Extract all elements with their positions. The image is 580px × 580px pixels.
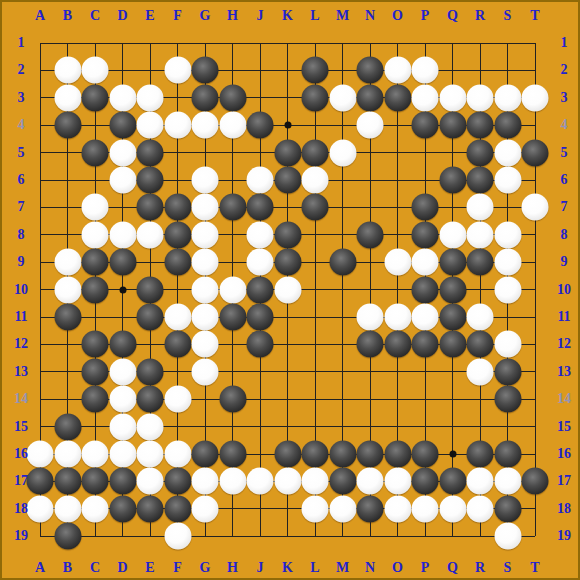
black-stone-R4 [467, 112, 494, 139]
black-stone-G3 [192, 84, 219, 111]
col-label-top-C: C [90, 9, 100, 23]
black-stone-E7 [137, 194, 164, 221]
black-stone-F7 [164, 194, 191, 221]
white-stone-D15 [109, 413, 136, 440]
row-label-left-19: 19 [14, 529, 28, 543]
row-label-right-18: 18 [557, 502, 571, 516]
white-stone-R11 [467, 304, 494, 331]
grid-line-v [535, 43, 536, 536]
white-stone-M18 [329, 495, 356, 522]
white-stone-G12 [192, 331, 219, 358]
black-stone-D12 [109, 331, 136, 358]
black-stone-B4 [54, 112, 81, 139]
col-label-bottom-A: A [35, 561, 45, 575]
black-stone-M16 [329, 441, 356, 468]
white-stone-N4 [357, 112, 384, 139]
black-stone-P16 [412, 441, 439, 468]
black-stone-E6 [137, 167, 164, 194]
black-stone-Q12 [439, 331, 466, 358]
row-label-right-4: 4 [561, 118, 568, 132]
row-label-left-13: 13 [14, 365, 28, 379]
row-label-left-15: 15 [14, 420, 28, 434]
col-label-top-N: N [365, 9, 375, 23]
black-stone-H7 [219, 194, 246, 221]
white-stone-J8 [247, 221, 274, 248]
black-stone-Q11 [439, 304, 466, 331]
row-label-left-9: 9 [18, 255, 25, 269]
row-label-right-9: 9 [561, 255, 568, 269]
black-stone-E11 [137, 304, 164, 331]
col-label-bottom-R: R [475, 561, 485, 575]
black-stone-T17 [522, 468, 549, 495]
black-stone-S16 [494, 441, 521, 468]
black-stone-L16 [302, 441, 329, 468]
black-stone-P8 [412, 221, 439, 248]
white-stone-M5 [329, 139, 356, 166]
row-label-right-5: 5 [561, 146, 568, 160]
white-stone-A18 [27, 495, 54, 522]
row-label-left-7: 7 [18, 200, 25, 214]
white-stone-D5 [109, 139, 136, 166]
white-stone-R17 [467, 468, 494, 495]
white-stone-F19 [164, 523, 191, 550]
black-stone-H14 [219, 386, 246, 413]
col-label-bottom-G: G [200, 561, 211, 575]
row-label-left-6: 6 [18, 173, 25, 187]
row-label-left-14: 14 [14, 392, 28, 406]
white-stone-O17 [384, 468, 411, 495]
white-stone-D6 [109, 167, 136, 194]
col-label-bottom-D: D [117, 561, 127, 575]
black-stone-J10 [247, 276, 274, 303]
col-label-bottom-K: K [282, 561, 293, 575]
black-stone-L2 [302, 57, 329, 84]
white-stone-F2 [164, 57, 191, 84]
white-stone-K10 [274, 276, 301, 303]
black-stone-T5 [522, 139, 549, 166]
row-label-right-14: 14 [557, 392, 571, 406]
white-stone-J9 [247, 249, 274, 276]
black-stone-E14 [137, 386, 164, 413]
black-stone-P4 [412, 112, 439, 139]
white-stone-R13 [467, 358, 494, 385]
black-stone-R6 [467, 167, 494, 194]
black-stone-E18 [137, 495, 164, 522]
white-stone-H10 [219, 276, 246, 303]
white-stone-C16 [82, 441, 109, 468]
white-stone-G6 [192, 167, 219, 194]
row-label-right-12: 12 [557, 337, 571, 351]
black-stone-L7 [302, 194, 329, 221]
white-stone-R3 [467, 84, 494, 111]
white-stone-O11 [384, 304, 411, 331]
black-stone-G16 [192, 441, 219, 468]
black-stone-N8 [357, 221, 384, 248]
black-stone-F8 [164, 221, 191, 248]
black-stone-C3 [82, 84, 109, 111]
black-stone-L5 [302, 139, 329, 166]
black-stone-N2 [357, 57, 384, 84]
black-stone-O3 [384, 84, 411, 111]
white-stone-G18 [192, 495, 219, 522]
white-stone-B9 [54, 249, 81, 276]
black-stone-C9 [82, 249, 109, 276]
col-label-top-O: O [392, 9, 403, 23]
star-point [119, 286, 126, 293]
white-stone-G8 [192, 221, 219, 248]
col-label-top-P: P [421, 9, 430, 23]
black-stone-J4 [247, 112, 274, 139]
col-label-top-M: M [336, 9, 349, 23]
white-stone-B10 [54, 276, 81, 303]
white-stone-G4 [192, 112, 219, 139]
black-stone-P10 [412, 276, 439, 303]
col-label-top-T: T [530, 9, 539, 23]
white-stone-F11 [164, 304, 191, 331]
col-label-top-S: S [504, 9, 512, 23]
row-label-right-6: 6 [561, 173, 568, 187]
black-stone-B15 [54, 413, 81, 440]
black-stone-K9 [274, 249, 301, 276]
row-label-left-2: 2 [18, 63, 25, 77]
white-stone-O2 [384, 57, 411, 84]
white-stone-Q3 [439, 84, 466, 111]
col-label-bottom-O: O [392, 561, 403, 575]
white-stone-F14 [164, 386, 191, 413]
col-label-top-L: L [310, 9, 319, 23]
black-stone-P12 [412, 331, 439, 358]
row-label-right-15: 15 [557, 420, 571, 434]
star-point [449, 451, 456, 458]
black-stone-J12 [247, 331, 274, 358]
black-stone-F17 [164, 468, 191, 495]
white-stone-C8 [82, 221, 109, 248]
white-stone-L17 [302, 468, 329, 495]
black-stone-Q6 [439, 167, 466, 194]
col-label-top-J: J [257, 9, 264, 23]
white-stone-A16 [27, 441, 54, 468]
black-stone-F18 [164, 495, 191, 522]
white-stone-G11 [192, 304, 219, 331]
black-stone-F12 [164, 331, 191, 358]
white-stone-C18 [82, 495, 109, 522]
col-label-bottom-S: S [504, 561, 512, 575]
black-stone-K8 [274, 221, 301, 248]
col-label-bottom-T: T [530, 561, 539, 575]
white-stone-P9 [412, 249, 439, 276]
white-stone-D13 [109, 358, 136, 385]
row-label-left-8: 8 [18, 228, 25, 242]
black-stone-B11 [54, 304, 81, 331]
black-stone-Q9 [439, 249, 466, 276]
white-stone-N11 [357, 304, 384, 331]
row-label-right-13: 13 [557, 365, 571, 379]
black-stone-C12 [82, 331, 109, 358]
black-stone-Q10 [439, 276, 466, 303]
black-stone-E10 [137, 276, 164, 303]
row-label-left-17: 17 [14, 474, 28, 488]
black-stone-R9 [467, 249, 494, 276]
black-stone-L3 [302, 84, 329, 111]
black-stone-K6 [274, 167, 301, 194]
black-stone-B17 [54, 468, 81, 495]
col-label-bottom-L: L [310, 561, 319, 575]
white-stone-G13 [192, 358, 219, 385]
white-stone-B18 [54, 495, 81, 522]
white-stone-D16 [109, 441, 136, 468]
white-stone-M3 [329, 84, 356, 111]
row-label-left-16: 16 [14, 447, 28, 461]
row-label-right-19: 19 [557, 529, 571, 543]
col-label-bottom-M: M [336, 561, 349, 575]
white-stone-S5 [494, 139, 521, 166]
grid-line-h [40, 536, 535, 537]
col-label-bottom-E: E [145, 561, 154, 575]
white-stone-P11 [412, 304, 439, 331]
black-stone-P7 [412, 194, 439, 221]
col-label-bottom-J: J [257, 561, 264, 575]
row-label-right-3: 3 [561, 91, 568, 105]
black-stone-O12 [384, 331, 411, 358]
white-stone-F4 [164, 112, 191, 139]
row-label-left-18: 18 [14, 502, 28, 516]
black-stone-C17 [82, 468, 109, 495]
col-label-top-B: B [63, 9, 72, 23]
row-label-left-5: 5 [18, 146, 25, 160]
black-stone-N12 [357, 331, 384, 358]
black-stone-N3 [357, 84, 384, 111]
go-board[interactable]: AABBCCDDEEFFGGHHJJKKLLMMNNOOPPQQRRSSTT11… [0, 0, 580, 580]
white-stone-S12 [494, 331, 521, 358]
white-stone-E15 [137, 413, 164, 440]
black-stone-Q4 [439, 112, 466, 139]
white-stone-Q18 [439, 495, 466, 522]
white-stone-T7 [522, 194, 549, 221]
row-label-right-16: 16 [557, 447, 571, 461]
white-stone-R18 [467, 495, 494, 522]
black-stone-R16 [467, 441, 494, 468]
black-stone-R12 [467, 331, 494, 358]
white-stone-S19 [494, 523, 521, 550]
col-label-bottom-H: H [227, 561, 238, 575]
white-stone-B2 [54, 57, 81, 84]
col-label-top-R: R [475, 9, 485, 23]
black-stone-H3 [219, 84, 246, 111]
col-label-bottom-C: C [90, 561, 100, 575]
black-stone-C14 [82, 386, 109, 413]
white-stone-S17 [494, 468, 521, 495]
star-point [284, 122, 291, 129]
row-label-left-3: 3 [18, 91, 25, 105]
col-label-bottom-N: N [365, 561, 375, 575]
black-stone-P17 [412, 468, 439, 495]
row-label-right-8: 8 [561, 228, 568, 242]
col-label-top-Q: Q [447, 9, 458, 23]
white-stone-O18 [384, 495, 411, 522]
black-stone-E13 [137, 358, 164, 385]
black-stone-A17 [27, 468, 54, 495]
black-stone-M17 [329, 468, 356, 495]
white-stone-B16 [54, 441, 81, 468]
black-stone-K5 [274, 139, 301, 166]
white-stone-S9 [494, 249, 521, 276]
white-stone-H17 [219, 468, 246, 495]
row-label-right-7: 7 [561, 200, 568, 214]
white-stone-D8 [109, 221, 136, 248]
black-stone-F9 [164, 249, 191, 276]
white-stone-J17 [247, 468, 274, 495]
white-stone-G9 [192, 249, 219, 276]
black-stone-D4 [109, 112, 136, 139]
black-stone-K16 [274, 441, 301, 468]
col-label-top-D: D [117, 9, 127, 23]
black-stone-Q17 [439, 468, 466, 495]
white-stone-E17 [137, 468, 164, 495]
black-stone-N16 [357, 441, 384, 468]
white-stone-T3 [522, 84, 549, 111]
white-stone-R7 [467, 194, 494, 221]
white-stone-P2 [412, 57, 439, 84]
black-stone-R5 [467, 139, 494, 166]
white-stone-S10 [494, 276, 521, 303]
black-stone-E5 [137, 139, 164, 166]
row-label-left-10: 10 [14, 283, 28, 297]
white-stone-G10 [192, 276, 219, 303]
col-label-top-F: F [173, 9, 182, 23]
white-stone-E3 [137, 84, 164, 111]
black-stone-S18 [494, 495, 521, 522]
col-label-bottom-P: P [421, 561, 430, 575]
white-stone-E16 [137, 441, 164, 468]
col-label-top-A: A [35, 9, 45, 23]
white-stone-E8 [137, 221, 164, 248]
white-stone-L18 [302, 495, 329, 522]
black-stone-N18 [357, 495, 384, 522]
row-label-left-4: 4 [18, 118, 25, 132]
white-stone-H4 [219, 112, 246, 139]
white-stone-S3 [494, 84, 521, 111]
white-stone-J6 [247, 167, 274, 194]
white-stone-R8 [467, 221, 494, 248]
white-stone-S6 [494, 167, 521, 194]
col-label-top-K: K [282, 9, 293, 23]
col-label-top-G: G [200, 9, 211, 23]
white-stone-L6 [302, 167, 329, 194]
white-stone-B3 [54, 84, 81, 111]
col-label-top-H: H [227, 9, 238, 23]
black-stone-B19 [54, 523, 81, 550]
row-label-right-17: 17 [557, 474, 571, 488]
white-stone-E4 [137, 112, 164, 139]
row-label-right-1: 1 [561, 36, 568, 50]
row-label-right-11: 11 [557, 310, 570, 324]
black-stone-C5 [82, 139, 109, 166]
black-stone-S4 [494, 112, 521, 139]
black-stone-G2 [192, 57, 219, 84]
black-stone-H16 [219, 441, 246, 468]
black-stone-H11 [219, 304, 246, 331]
white-stone-Q8 [439, 221, 466, 248]
white-stone-F16 [164, 441, 191, 468]
white-stone-G7 [192, 194, 219, 221]
row-label-right-2: 2 [561, 63, 568, 77]
white-stone-C2 [82, 57, 109, 84]
col-label-bottom-B: B [63, 561, 72, 575]
black-stone-C10 [82, 276, 109, 303]
black-stone-S13 [494, 358, 521, 385]
black-stone-J7 [247, 194, 274, 221]
black-stone-D17 [109, 468, 136, 495]
col-label-bottom-Q: Q [447, 561, 458, 575]
black-stone-S14 [494, 386, 521, 413]
row-label-left-1: 1 [18, 36, 25, 50]
black-stone-O16 [384, 441, 411, 468]
white-stone-K17 [274, 468, 301, 495]
white-stone-D3 [109, 84, 136, 111]
white-stone-G17 [192, 468, 219, 495]
white-stone-O9 [384, 249, 411, 276]
col-label-bottom-F: F [173, 561, 182, 575]
row-label-left-11: 11 [14, 310, 27, 324]
black-stone-J11 [247, 304, 274, 331]
col-label-top-E: E [145, 9, 154, 23]
white-stone-P3 [412, 84, 439, 111]
black-stone-M9 [329, 249, 356, 276]
row-label-right-10: 10 [557, 283, 571, 297]
black-stone-D9 [109, 249, 136, 276]
white-stone-P18 [412, 495, 439, 522]
white-stone-S8 [494, 221, 521, 248]
row-label-left-12: 12 [14, 337, 28, 351]
black-stone-D18 [109, 495, 136, 522]
white-stone-D14 [109, 386, 136, 413]
black-stone-C13 [82, 358, 109, 385]
white-stone-C7 [82, 194, 109, 221]
white-stone-N17 [357, 468, 384, 495]
